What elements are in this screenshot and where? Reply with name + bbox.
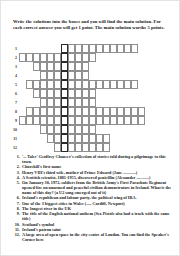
instructions-text: Write the solutions into the boxes and y… [13, 19, 170, 30]
crossword-cell[interactable] [124, 116, 131, 125]
main-solution-cell[interactable] [61, 89, 68, 98]
crossword-cell[interactable] [40, 62, 47, 71]
crossword-cell[interactable] [138, 107, 145, 116]
crossword-cell[interactable] [75, 125, 82, 134]
crossword-cell[interactable] [68, 116, 75, 125]
row-number-label: 11 [10, 137, 17, 141]
clue-text: A large area of open space in the city c… [22, 233, 173, 243]
main-solution-cell[interactable] [61, 107, 68, 116]
crossword-cell[interactable] [89, 89, 96, 98]
crossword-cell[interactable] [103, 143, 110, 152]
crossword-cell[interactable] [103, 116, 110, 125]
crossword-cell[interactable] [54, 53, 61, 62]
crossword-cell[interactable] [40, 98, 47, 107]
crossword-cell[interactable] [47, 116, 54, 125]
main-solution-cell[interactable] [61, 80, 68, 89]
crossword-cell[interactable] [89, 134, 96, 143]
crossword-cell[interactable] [124, 80, 131, 89]
crossword-cell[interactable] [89, 80, 96, 89]
clue-item: 5.On January 30, 1972, soldiers from the… [13, 181, 173, 195]
crossword-cell[interactable] [89, 116, 96, 125]
crossword-cell[interactable] [33, 62, 40, 71]
clue-list: 1.'... Tales' Geoffrey Chaucer's collect… [13, 155, 173, 243]
clue-text: On January 30, 1972, soldiers from the B… [22, 181, 173, 195]
crossword-cell[interactable] [96, 80, 103, 89]
row-number-label: 2 [10, 56, 17, 60]
row-number-label: 12 [10, 146, 17, 150]
main-solution-cell[interactable] [61, 44, 68, 53]
clue-text: '... Tales' Geoffrey Chaucer's collectio… [22, 155, 173, 165]
crossword-cell[interactable] [68, 89, 75, 98]
crossword-cell[interactable] [75, 62, 82, 71]
crossword-cell[interactable] [89, 125, 96, 134]
crossword-cell[interactable] [82, 62, 89, 71]
crossword-cell[interactable] [54, 89, 61, 98]
main-solution-cell[interactable] [61, 116, 68, 125]
crossword-cell[interactable] [33, 53, 40, 62]
crossword-cell[interactable] [47, 53, 54, 62]
row-number-label: 10 [10, 128, 17, 132]
crossword-cell[interactable] [54, 125, 61, 134]
main-solution-cell[interactable] [61, 53, 68, 62]
crossword-cell[interactable] [117, 44, 124, 53]
crossword-cell[interactable] [47, 98, 54, 107]
crossword-cell[interactable] [131, 116, 138, 125]
crossword-cell[interactable] [75, 80, 82, 89]
crossword-cell[interactable] [40, 53, 47, 62]
crossword-cell[interactable] [33, 89, 40, 98]
crossword-cell[interactable] [54, 71, 61, 80]
crossword-cell[interactable] [54, 98, 61, 107]
main-solution-cell[interactable] [61, 125, 68, 134]
clue-number: 5. [13, 181, 20, 195]
crossword-cell[interactable] [75, 134, 82, 143]
main-solution-cell[interactable] [61, 98, 68, 107]
crossword-cell[interactable] [33, 80, 40, 89]
crossword-cell[interactable] [75, 89, 82, 98]
crossword-cell[interactable] [82, 143, 89, 152]
crossword-cell[interactable] [68, 143, 75, 152]
crossword-cell[interactable] [47, 89, 54, 98]
crossword-cell[interactable] [75, 71, 82, 80]
crossword-cell[interactable] [89, 44, 96, 53]
crossword-cell[interactable] [96, 143, 103, 152]
crossword-cell[interactable] [110, 116, 117, 125]
crossword-cell[interactable] [110, 107, 117, 116]
crossword-cell[interactable] [75, 44, 82, 53]
crossword-cell[interactable] [19, 116, 26, 125]
crossword-cell[interactable] [40, 89, 47, 98]
crossword-cell[interactable] [47, 134, 54, 143]
crossword-cell[interactable] [19, 53, 26, 62]
crossword-cell[interactable] [47, 62, 54, 71]
crossword-cell[interactable] [89, 98, 96, 107]
crossword-cell[interactable] [103, 134, 110, 143]
clue-text: The title of the English national anthem… [22, 212, 173, 222]
row-number-label: 8 [10, 110, 17, 114]
crossword-cell[interactable] [75, 53, 82, 62]
crossword-cell[interactable] [82, 134, 89, 143]
crossword-cell[interactable] [47, 107, 54, 116]
crossword-cell[interactable] [40, 116, 47, 125]
crossword-cell[interactable] [33, 116, 40, 125]
row-number-label: 4 [10, 74, 17, 78]
crossword-cell[interactable] [47, 71, 54, 80]
crossword-cell[interactable] [75, 107, 82, 116]
crossword-cell[interactable] [96, 134, 103, 143]
crossword-cell[interactable] [68, 71, 75, 80]
row-number-label: 6 [10, 92, 17, 96]
crossword-cell[interactable] [82, 44, 89, 53]
worksheet-page: Write the solutions into the boxes and y… [0, 0, 180, 256]
crossword-cell[interactable] [82, 98, 89, 107]
crossword-cell[interactable] [82, 53, 89, 62]
clue-number: 9. [13, 212, 20, 222]
main-solution-cell[interactable] [61, 134, 68, 143]
crossword-cell[interactable] [33, 107, 40, 116]
crossword-cell[interactable] [54, 143, 61, 152]
crossword-grid: 123456789101112 [19, 44, 146, 152]
crossword-cell[interactable] [82, 80, 89, 89]
crossword-cell[interactable] [89, 143, 96, 152]
crossword-cell[interactable] [89, 53, 96, 62]
crossword-cell[interactable] [54, 62, 61, 71]
clue-number: 1. [13, 155, 20, 165]
crossword-cell[interactable] [82, 125, 89, 134]
main-solution-cell[interactable] [61, 143, 68, 152]
crossword-cell[interactable] [82, 71, 89, 80]
crossword-cell[interactable] [68, 98, 75, 107]
crossword-cell[interactable] [75, 116, 82, 125]
clue-item: 9.The title of the English national anth… [13, 212, 173, 222]
row-number-label: 9 [10, 119, 17, 123]
crossword-cell[interactable] [54, 134, 61, 143]
crossword-cell[interactable] [75, 98, 82, 107]
crossword-cell[interactable] [26, 116, 33, 125]
crossword-cell[interactable] [40, 107, 47, 116]
crossword-cell[interactable] [110, 44, 117, 53]
row-number-label: 7 [10, 101, 17, 105]
row-number-label: 3 [10, 65, 17, 69]
crossword-cell[interactable] [138, 116, 145, 125]
crossword-cell[interactable] [82, 116, 89, 125]
main-solution-cell[interactable] [61, 71, 68, 80]
crossword-cell[interactable] [26, 80, 33, 89]
crossword-cell[interactable] [117, 80, 124, 89]
crossword-cell[interactable] [96, 44, 103, 53]
crossword-cell[interactable] [26, 107, 33, 116]
main-solution-cell[interactable] [61, 62, 68, 71]
crossword-cell[interactable] [131, 80, 138, 89]
crossword-cell[interactable] [103, 44, 110, 53]
crossword-cell[interactable] [117, 107, 124, 116]
crossword-cell[interactable] [68, 107, 75, 116]
crossword-cell[interactable] [89, 107, 96, 116]
crossword-cell[interactable] [54, 80, 61, 89]
crossword-cell[interactable] [124, 107, 131, 116]
row-number-label: 5 [10, 83, 17, 87]
crossword-cell[interactable] [47, 125, 54, 134]
crossword-cell[interactable] [47, 80, 54, 89]
crossword-cell[interactable] [82, 107, 89, 116]
crossword-cell[interactable] [131, 44, 138, 53]
crossword-cell[interactable] [103, 80, 110, 89]
crossword-cell[interactable] [26, 53, 33, 62]
crossword-cell[interactable] [96, 116, 103, 125]
crossword-cell[interactable] [82, 89, 89, 98]
crossword-cell[interactable] [68, 125, 75, 134]
crossword-cell[interactable] [103, 107, 110, 116]
crossword-cell[interactable] [68, 53, 75, 62]
crossword-cell[interactable] [40, 80, 47, 89]
crossword-cell[interactable] [96, 107, 103, 116]
crossword-cell[interactable] [117, 116, 124, 125]
crossword-cell[interactable] [75, 143, 82, 152]
crossword-cell[interactable] [124, 44, 131, 53]
crossword-cell[interactable] [68, 134, 75, 143]
crossword-cell[interactable] [40, 71, 47, 80]
crossword-cell[interactable] [68, 80, 75, 89]
crossword-cell[interactable] [54, 107, 61, 116]
crossword-cell[interactable] [68, 44, 75, 53]
clue-number: 12. [13, 233, 20, 243]
crossword-cell[interactable] [54, 116, 61, 125]
clue-item: 1.'... Tales' Geoffrey Chaucer's collect… [13, 155, 173, 165]
crossword-cell[interactable] [68, 62, 75, 71]
crossword-cell[interactable] [110, 80, 117, 89]
crossword-cell[interactable] [40, 125, 47, 134]
row-number-label: 1 [10, 47, 17, 51]
clue-item: 12.A large area of open space in the cit… [13, 233, 173, 243]
crossword-cell[interactable] [131, 107, 138, 116]
